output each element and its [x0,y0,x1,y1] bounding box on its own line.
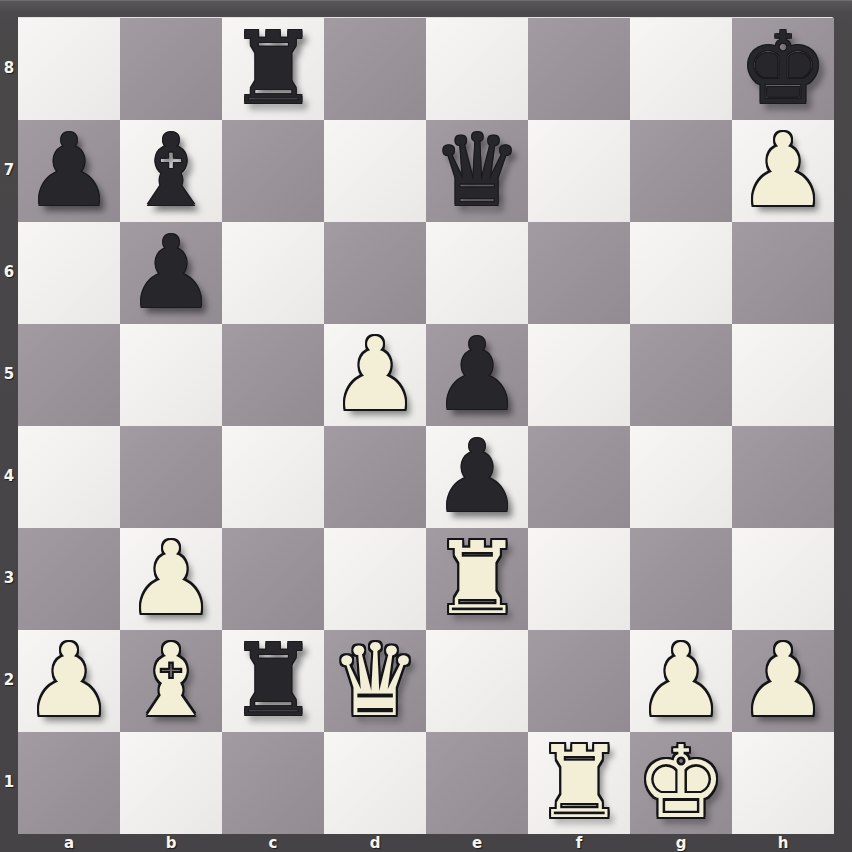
black-pawn[interactable]: ♟ [426,324,528,426]
square-h3[interactable] [732,528,834,630]
file-label-e: e [426,834,528,852]
black-pawn[interactable]: ♟ [18,120,120,222]
square-a7[interactable]: ♟ [18,120,120,222]
square-a2[interactable]: ♟ [18,630,120,732]
square-h2[interactable]: ♟ [732,630,834,732]
square-d7[interactable] [324,120,426,222]
rank-label-8: 8 [0,17,18,119]
square-c1[interactable] [222,732,324,834]
square-f7[interactable] [528,120,630,222]
square-b1[interactable] [120,732,222,834]
square-g8[interactable] [630,18,732,120]
black-king[interactable]: ♚ [732,18,834,120]
square-h4[interactable] [732,426,834,528]
rank-label-5: 5 [0,323,18,425]
rank-label-4: 4 [0,425,18,527]
square-e3[interactable]: ♜ [426,528,528,630]
chess-board: ♜♚♟♝♛♟♟♟♟♟♟♜♟♝♜♛♟♟♜♚ [18,17,834,833]
square-b4[interactable] [120,426,222,528]
square-f2[interactable] [528,630,630,732]
black-rook[interactable]: ♜ [222,630,324,732]
square-c7[interactable] [222,120,324,222]
white-bishop[interactable]: ♝ [120,630,222,732]
square-e6[interactable] [426,222,528,324]
black-queen[interactable]: ♛ [426,120,528,222]
square-a8[interactable] [18,18,120,120]
square-c3[interactable] [222,528,324,630]
white-pawn[interactable]: ♟ [324,324,426,426]
square-b3[interactable]: ♟ [120,528,222,630]
file-label-b: b [120,834,222,852]
square-c4[interactable] [222,426,324,528]
square-g5[interactable] [630,324,732,426]
square-h1[interactable] [732,732,834,834]
board-frame: 87654321 ♜♚♟♝♛♟♟♟♟♟♟♜♟♝♜♛♟♟♜♚ abcdefgh [0,0,852,852]
white-pawn[interactable]: ♟ [18,630,120,732]
square-c5[interactable] [222,324,324,426]
square-f3[interactable] [528,528,630,630]
square-e4[interactable]: ♟ [426,426,528,528]
file-label-c: c [222,834,324,852]
square-g3[interactable] [630,528,732,630]
square-b5[interactable] [120,324,222,426]
white-pawn[interactable]: ♟ [120,528,222,630]
black-pawn[interactable]: ♟ [426,426,528,528]
white-queen[interactable]: ♛ [324,630,426,732]
square-f8[interactable] [528,18,630,120]
square-e7[interactable]: ♛ [426,120,528,222]
white-pawn[interactable]: ♟ [732,630,834,732]
white-pawn[interactable]: ♟ [732,120,834,222]
file-label-g: g [630,834,732,852]
rank-label-6: 6 [0,221,18,323]
rank-labels: 87654321 [0,17,18,833]
white-king[interactable]: ♚ [630,732,732,834]
white-pawn[interactable]: ♟ [630,630,732,732]
square-d4[interactable] [324,426,426,528]
square-b2[interactable]: ♝ [120,630,222,732]
square-g6[interactable] [630,222,732,324]
square-h7[interactable]: ♟ [732,120,834,222]
square-g1[interactable]: ♚ [630,732,732,834]
square-g2[interactable]: ♟ [630,630,732,732]
square-e1[interactable] [426,732,528,834]
square-c6[interactable] [222,222,324,324]
black-rook[interactable]: ♜ [222,18,324,120]
file-label-a: a [18,834,120,852]
file-label-d: d [324,834,426,852]
square-d6[interactable] [324,222,426,324]
square-b6[interactable]: ♟ [120,222,222,324]
file-labels: abcdefgh [18,834,834,852]
rank-label-7: 7 [0,119,18,221]
square-b8[interactable] [120,18,222,120]
square-d1[interactable] [324,732,426,834]
square-a4[interactable] [18,426,120,528]
square-h8[interactable]: ♚ [732,18,834,120]
square-b7[interactable]: ♝ [120,120,222,222]
square-f6[interactable] [528,222,630,324]
square-d3[interactable] [324,528,426,630]
square-h6[interactable] [732,222,834,324]
square-c2[interactable]: ♜ [222,630,324,732]
square-h5[interactable] [732,324,834,426]
square-f5[interactable] [528,324,630,426]
black-bishop[interactable]: ♝ [120,120,222,222]
square-a6[interactable] [18,222,120,324]
square-e2[interactable] [426,630,528,732]
black-pawn[interactable]: ♟ [120,222,222,324]
file-label-h: h [732,834,834,852]
square-a3[interactable] [18,528,120,630]
white-rook[interactable]: ♜ [528,732,630,834]
square-d5[interactable]: ♟ [324,324,426,426]
square-f1[interactable]: ♜ [528,732,630,834]
square-f4[interactable] [528,426,630,528]
square-d2[interactable]: ♛ [324,630,426,732]
square-d8[interactable] [324,18,426,120]
square-a1[interactable] [18,732,120,834]
file-label-f: f [528,834,630,852]
rank-label-2: 2 [0,629,18,731]
rank-label-3: 3 [0,527,18,629]
square-g4[interactable] [630,426,732,528]
rank-label-1: 1 [0,731,18,833]
square-c8[interactable]: ♜ [222,18,324,120]
white-rook[interactable]: ♜ [426,528,528,630]
square-g7[interactable] [630,120,732,222]
square-e5[interactable]: ♟ [426,324,528,426]
square-a5[interactable] [18,324,120,426]
square-e8[interactable] [426,18,528,120]
